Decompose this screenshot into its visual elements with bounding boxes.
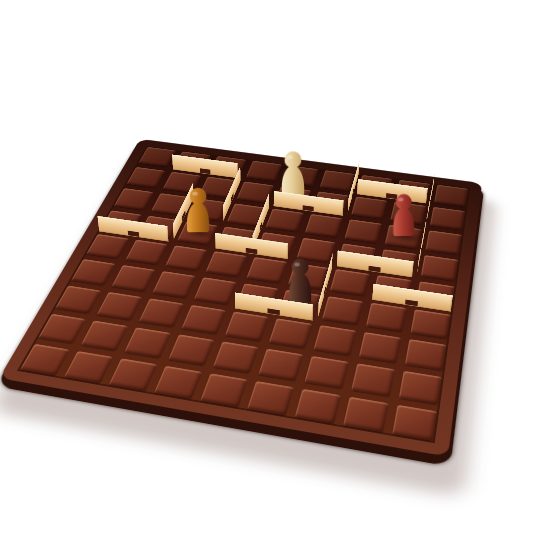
board-cell	[425, 230, 461, 255]
pawn-brown	[284, 257, 314, 304]
board-cell	[55, 285, 101, 313]
board-cell	[165, 245, 207, 271]
board-cell	[126, 167, 165, 188]
board-cell	[113, 188, 153, 210]
board-cell	[124, 327, 171, 358]
board-stage	[0, 0, 533, 533]
board-cell	[168, 334, 214, 365]
board-cell	[358, 332, 400, 363]
board-cell	[111, 264, 155, 291]
board-cell	[268, 318, 311, 348]
board-cell	[304, 355, 348, 388]
board-cell	[404, 339, 445, 371]
board-cell	[96, 291, 141, 320]
board-cell	[154, 365, 202, 398]
board-cell	[343, 396, 388, 432]
board-cell	[181, 304, 225, 333]
board-cell	[38, 313, 86, 343]
board-cell	[265, 208, 303, 231]
board-cell	[344, 219, 381, 243]
scene	[0, 0, 533, 533]
board-cell	[304, 213, 342, 237]
board-cell	[200, 373, 247, 407]
board-cell	[108, 358, 156, 391]
board-cell	[193, 277, 236, 305]
board-cell	[294, 388, 340, 423]
board-cell	[429, 206, 464, 229]
board-cell	[138, 298, 183, 327]
board-cell	[224, 311, 268, 341]
board-cell	[205, 251, 246, 277]
board-cell	[138, 146, 175, 166]
board-cell	[434, 184, 468, 206]
pawn-cream	[278, 149, 307, 197]
board-cell	[71, 259, 115, 285]
board-cell	[258, 348, 303, 380]
board-cell	[321, 296, 362, 325]
board-cell	[392, 404, 437, 440]
board-cell	[63, 350, 112, 382]
board-cell	[398, 370, 441, 404]
board-cell	[212, 341, 257, 373]
board-tilt	[0, 139, 482, 457]
board-cell	[80, 320, 127, 350]
board-cell	[245, 160, 281, 181]
board-cell	[246, 257, 287, 283]
board-cell	[420, 255, 457, 281]
board-cell	[365, 302, 406, 331]
board-cell	[125, 239, 167, 264]
board-cell	[247, 380, 294, 415]
board-cell	[351, 196, 387, 219]
board-cell	[410, 309, 450, 339]
board-cell	[351, 363, 395, 396]
board-cell	[86, 234, 129, 259]
pawn-orange	[182, 186, 212, 233]
board-cell	[313, 325, 356, 356]
board-cell	[19, 343, 69, 375]
board-cell	[329, 269, 369, 296]
board-cell	[319, 170, 354, 191]
board-cell	[152, 271, 195, 298]
pawn-red	[389, 192, 417, 236]
